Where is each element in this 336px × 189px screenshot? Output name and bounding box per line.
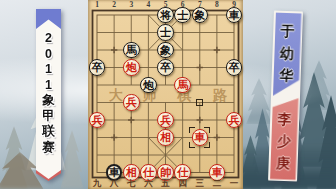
event-banner-char: 1 xyxy=(45,78,52,94)
piece-red-6-4[interactable]: 馬 xyxy=(174,77,191,94)
piece-black-5-0[interactable]: 将 xyxy=(157,7,174,24)
event-banner-char: 象 xyxy=(42,93,55,109)
file-label-bottom: 一 xyxy=(227,178,241,189)
piece-black-5-1[interactable]: 士 xyxy=(157,24,174,41)
file-label-bottom: 六 xyxy=(141,178,155,189)
player-top-name-char: 于 xyxy=(280,24,295,39)
piece-black-4-4[interactable]: 炮 xyxy=(140,77,157,94)
event-banner-char: 1 xyxy=(45,62,52,78)
event-banner-char: 联 xyxy=(42,124,55,140)
event-banner-char: 甲 xyxy=(42,109,55,125)
file-label-top: 2 xyxy=(107,0,121,9)
piece-black-5-3[interactable]: 卒 xyxy=(157,59,174,76)
players-banner: 于幼华 李少庚 xyxy=(268,11,303,182)
piece-red-3-3[interactable]: 炮 xyxy=(123,59,140,76)
piece-black-7-0[interactable]: 象 xyxy=(192,7,209,24)
file-label-top: 4 xyxy=(141,0,155,9)
piece-black-1-3[interactable]: 卒 xyxy=(89,59,106,76)
file-label-bottom: 七 xyxy=(124,178,138,189)
piece-red-3-5[interactable]: 兵 xyxy=(123,94,140,111)
file-label-bottom: 八 xyxy=(107,178,121,189)
board: 123456789 大师棋路 将士象車士馬象卒卒卒炮車炮馬兵兵兵兵相車相仕帥仕車… xyxy=(88,0,243,189)
player-bottom-name-char: 李 xyxy=(277,112,292,127)
player-bottom-name-char: 少 xyxy=(277,134,292,149)
piece-black-6-0[interactable]: 士 xyxy=(174,7,191,24)
file-label-top: 3 xyxy=(124,0,138,9)
file-label-bottom: 四 xyxy=(176,178,190,189)
file-label-top: 1 xyxy=(90,0,104,9)
file-label-bottom: 五 xyxy=(159,178,173,189)
thumbnail-stage: 123456789 大师棋路 将士象車士馬象卒卒卒炮車炮馬兵兵兵兵相車相仕帥仕車… xyxy=(0,0,336,189)
event-banner-text: 2011象甲联赛 xyxy=(36,31,61,155)
player-top-name: 于幼华 xyxy=(271,24,302,84)
piece-red-5-7[interactable]: 相 xyxy=(157,129,174,146)
event-banner-char: 赛 xyxy=(42,140,55,156)
player-top-name-char: 幼 xyxy=(280,46,295,61)
file-label-top: 8 xyxy=(210,0,224,9)
river-watermark-char: 路 xyxy=(211,87,229,105)
event-banner: 2011象甲联赛 xyxy=(36,9,61,181)
player-top-name-char: 华 xyxy=(279,68,294,83)
event-banner-char: 0 xyxy=(45,47,52,63)
piece-black-5-2[interactable]: 象 xyxy=(157,42,174,59)
player-bottom-name-char: 庚 xyxy=(276,156,291,171)
event-banner-char: 2 xyxy=(45,31,52,47)
last-move-from-marker xyxy=(196,99,203,106)
file-label-bottom: 三 xyxy=(193,178,207,189)
piece-red-7-7[interactable]: 車 xyxy=(192,129,209,146)
file-label-bottom: 九 xyxy=(90,178,104,189)
piece-black-3-2[interactable]: 馬 xyxy=(123,42,140,59)
piece-black-9-3[interactable]: 卒 xyxy=(226,59,243,76)
player-bottom-name: 李少庚 xyxy=(268,111,299,171)
file-label-bottom: 二 xyxy=(210,178,224,189)
piece-red-5-6[interactable]: 兵 xyxy=(157,112,174,129)
